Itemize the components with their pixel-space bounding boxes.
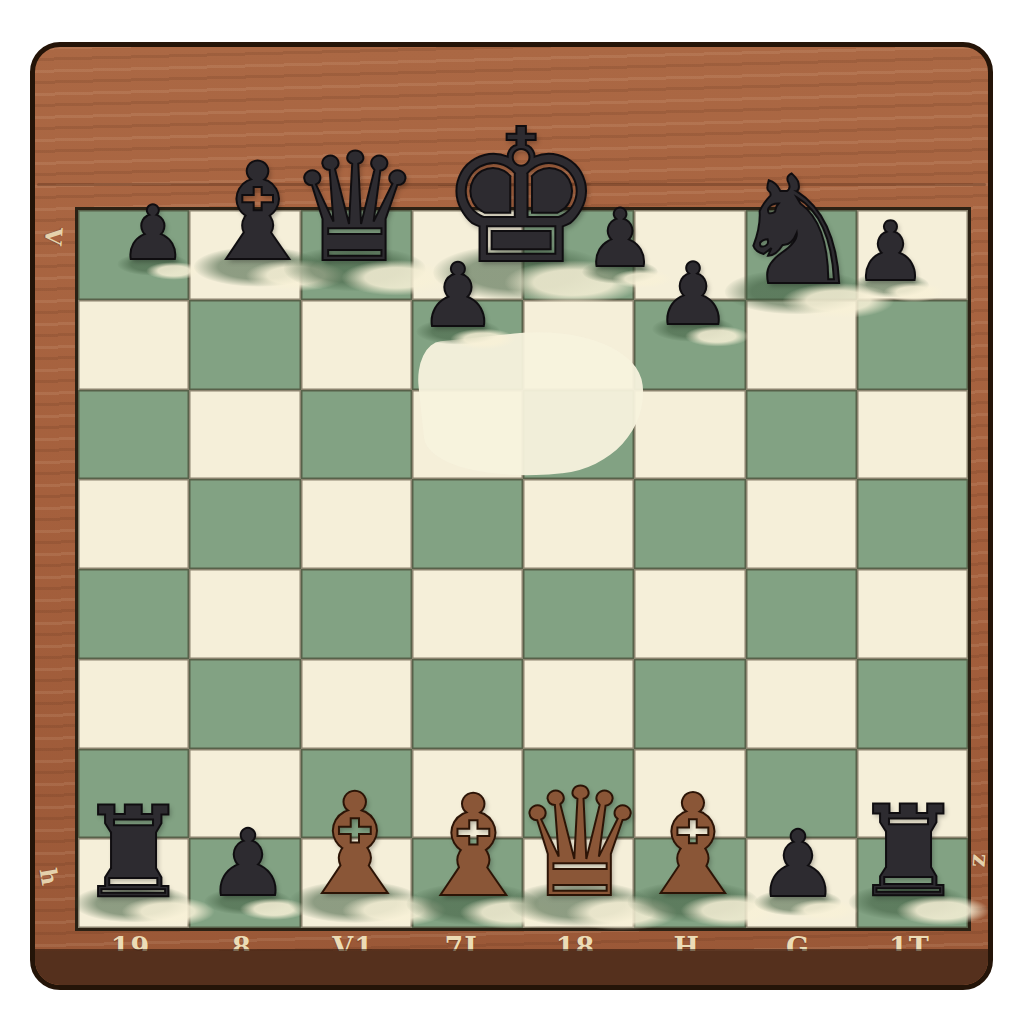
file-label-c: V1 (298, 932, 409, 963)
file-label-d: 7L (409, 932, 520, 963)
edge-label-left-top: V (40, 227, 68, 247)
square-c6[interactable] (301, 390, 412, 480)
square-f5[interactable] (634, 479, 745, 569)
square-g4[interactable] (746, 569, 857, 659)
square-d4[interactable] (412, 569, 523, 659)
square-e7[interactable] (523, 300, 634, 390)
black-rook-a1[interactable]: ♜ (77, 790, 189, 915)
square-g6[interactable] (746, 390, 857, 480)
square-e6[interactable] (523, 390, 634, 480)
square-d6[interactable] (412, 390, 523, 480)
black-pawn-b1[interactable]: ♟ (207, 818, 289, 910)
edge-label-right-bottom: z (963, 853, 991, 868)
square-c4[interactable] (301, 569, 412, 659)
square-b6[interactable] (189, 390, 300, 480)
black-pawn-f7[interactable]: ♟ (654, 251, 731, 337)
square-h7[interactable] (857, 300, 968, 390)
square-b4[interactable] (189, 569, 300, 659)
brown-bishop-f1[interactable]: ♝ (631, 777, 755, 915)
square-b7[interactable] (189, 300, 300, 390)
black-pawn-h8[interactable]: ♟ (854, 211, 928, 293)
square-g3[interactable] (746, 659, 857, 749)
brown-queen-e1[interactable]: ♛ (513, 768, 647, 918)
square-b3[interactable] (189, 659, 300, 749)
black-pawn-g1[interactable]: ♟ (757, 819, 839, 911)
file-label-a: 19 (75, 932, 186, 963)
square-a5[interactable] (78, 479, 189, 569)
file-label-b: 8 (186, 932, 297, 963)
black-queen-c8[interactable]: ♛ (288, 133, 422, 283)
square-d5[interactable] (412, 479, 523, 569)
square-a4[interactable] (78, 569, 189, 659)
file-label-f: H (631, 932, 742, 963)
edge-label-left-bottom: h (35, 866, 64, 887)
brown-bishop-c1[interactable]: ♝ (292, 775, 418, 915)
file-label-row: 198V17L18HG1T (75, 931, 965, 963)
file-label-g: G (743, 932, 854, 963)
square-h3[interactable] (857, 659, 968, 749)
black-pawn-d7[interactable]: ♟ (419, 252, 498, 340)
chess-board: ♟♝♛♚♟♞♟♟♟♜♟♝♝♛♝♟♜ 198V17L18HG1T V h z (30, 42, 993, 990)
black-pawn-e8[interactable]: ♟ (584, 200, 656, 280)
black-knight-g8[interactable]: ♞ (729, 156, 863, 306)
square-e3[interactable] (523, 659, 634, 749)
square-f3[interactable] (634, 659, 745, 749)
square-h6[interactable] (857, 390, 968, 480)
square-e4[interactable] (523, 569, 634, 659)
square-a3[interactable] (78, 659, 189, 749)
square-g5[interactable] (746, 479, 857, 569)
square-a6[interactable] (78, 390, 189, 480)
square-b5[interactable] (189, 479, 300, 569)
board-grid: ♟♝♛♚♟♞♟♟♟♜♟♝♝♛♝♟♜ (75, 207, 971, 931)
square-c3[interactable] (301, 659, 412, 749)
file-label-e: 18 (520, 932, 631, 963)
square-a7[interactable] (78, 300, 189, 390)
square-c7[interactable] (301, 300, 412, 390)
square-d3[interactable] (412, 659, 523, 749)
square-h4[interactable] (857, 569, 968, 659)
square-h5[interactable] (857, 479, 968, 569)
file-label-h: 1T (854, 932, 965, 963)
black-pawn-a8[interactable]: ♟ (119, 196, 186, 271)
black-rook-h1[interactable]: ♜ (852, 789, 964, 914)
square-e5[interactable] (523, 479, 634, 569)
square-f6[interactable] (634, 390, 745, 480)
square-c5[interactable] (301, 479, 412, 569)
square-f4[interactable] (634, 569, 745, 659)
